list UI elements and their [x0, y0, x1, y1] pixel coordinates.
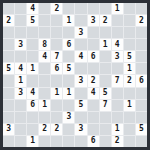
cell-r4c11[interactable] — [124, 39, 135, 50]
cell-r8c10[interactable] — [112, 88, 123, 99]
cell-r4c3[interactable] — [27, 39, 38, 50]
cell-r4c7[interactable] — [75, 39, 86, 50]
cell-r3c11[interactable] — [124, 27, 135, 38]
cell-r1c6[interactable] — [63, 3, 74, 14]
cell-r10c2[interactable] — [15, 112, 26, 123]
clue-cell-r12c8: 6 — [88, 136, 99, 147]
cell-r1c12[interactable] — [136, 3, 147, 14]
cell-r6c7[interactable] — [75, 63, 86, 74]
clue-cell-r8c5: 1 — [51, 88, 62, 99]
clue-cell-r11c12: 5 — [136, 124, 147, 135]
cell-r3c2[interactable] — [15, 27, 26, 38]
cell-r12c2[interactable] — [15, 136, 26, 147]
cell-r12c7[interactable] — [75, 136, 86, 147]
clue-cell-r6c11: 1 — [124, 63, 135, 74]
clue-cell-r4c6: 6 — [63, 39, 74, 50]
cell-r2c4[interactable] — [39, 15, 50, 26]
clue-cell-r1c3: 4 — [27, 3, 38, 14]
clue-cell-r5c11: 5 — [124, 51, 135, 62]
clue-cell-r4c9: 1 — [100, 39, 111, 50]
clue-cell-r7c11: 2 — [124, 75, 135, 86]
clue-cell-r4c10: 4 — [112, 39, 123, 50]
clue-cell-r2c8: 3 — [88, 15, 99, 26]
clue-cell-r8c2: 3 — [15, 88, 26, 99]
cell-r12c4[interactable] — [39, 136, 50, 147]
cell-r10c9[interactable] — [100, 112, 111, 123]
clue-cell-r1c10: 1 — [112, 3, 123, 14]
cell-r5c3[interactable] — [27, 51, 38, 62]
cell-r9c5[interactable] — [51, 100, 62, 111]
clue-cell-r9c3: 6 — [27, 100, 38, 111]
clue-cell-r6c5: 6 — [51, 63, 62, 74]
clue-cell-r9c11: 1 — [124, 100, 135, 111]
cell-r8c1[interactable] — [3, 88, 14, 99]
cell-r10c1[interactable] — [3, 112, 14, 123]
cell-r5c2[interactable] — [15, 51, 26, 62]
cell-r11c11[interactable] — [124, 124, 135, 135]
cell-r5c1[interactable] — [3, 51, 14, 62]
cell-r10c7[interactable] — [75, 112, 86, 123]
clue-cell-r8c3: 4 — [27, 88, 38, 99]
clue-cell-r2c9: 2 — [100, 15, 111, 26]
clue-cell-r9c4: 1 — [39, 100, 50, 111]
cell-r7c6[interactable] — [63, 75, 74, 86]
cell-r9c6[interactable] — [63, 100, 74, 111]
cell-r12c12[interactable] — [136, 136, 147, 147]
clue-cell-r8c6: 1 — [63, 88, 74, 99]
cell-r10c3[interactable] — [27, 112, 38, 123]
clue-cell-r9c7: 5 — [75, 100, 86, 111]
clue-cell-r8c9: 5 — [100, 88, 111, 99]
cell-r1c9[interactable] — [100, 3, 111, 14]
cell-r3c6[interactable] — [63, 27, 74, 38]
cell-r11c3[interactable] — [27, 124, 38, 135]
cell-r9c12[interactable] — [136, 100, 147, 111]
cell-r12c9[interactable] — [100, 136, 111, 147]
cell-r4c12[interactable] — [136, 39, 147, 50]
cell-r8c12[interactable] — [136, 88, 147, 99]
cell-r2c5[interactable] — [51, 15, 62, 26]
clue-cell-r11c10: 1 — [112, 124, 123, 135]
clue-cell-r12c10: 2 — [112, 136, 123, 147]
cell-r7c1[interactable] — [3, 75, 14, 86]
cell-r10c4[interactable] — [39, 112, 50, 123]
cell-r3c4[interactable] — [39, 27, 50, 38]
cell-r2c7[interactable] — [75, 15, 86, 26]
clue-cell-r6c2: 4 — [15, 63, 26, 74]
cell-r9c2[interactable] — [15, 100, 26, 111]
clue-cell-r10c6: 3 — [63, 112, 74, 123]
cell-r6c12[interactable] — [136, 63, 147, 74]
cell-r1c8[interactable] — [88, 3, 99, 14]
cell-r11c8[interactable] — [88, 124, 99, 135]
cell-r7c5[interactable] — [51, 75, 62, 86]
clue-cell-r8c8: 4 — [88, 88, 99, 99]
cell-r11c9[interactable] — [100, 124, 111, 135]
clue-cell-r7c12: 6 — [136, 75, 147, 86]
clue-cell-r7c2: 1 — [15, 75, 26, 86]
clue-cell-r11c4: 2 — [39, 124, 50, 135]
cell-r12c6[interactable] — [63, 136, 74, 147]
cell-r8c11[interactable] — [124, 88, 135, 99]
cell-r1c7[interactable] — [75, 3, 86, 14]
cell-r3c9[interactable] — [100, 27, 111, 38]
clue-cell-r5c7: 4 — [75, 51, 86, 62]
cell-r6c8[interactable] — [88, 63, 99, 74]
cell-r7c4[interactable] — [39, 75, 50, 86]
clue-cell-r9c9: 7 — [100, 100, 111, 111]
cell-r10c10[interactable] — [112, 112, 123, 123]
cell-r2c10[interactable] — [112, 15, 123, 26]
cell-r5c6[interactable] — [63, 51, 74, 62]
cell-r5c9[interactable] — [100, 51, 111, 62]
clue-cell-r6c6: 5 — [63, 63, 74, 74]
clue-cell-r4c2: 3 — [15, 39, 26, 50]
cell-r10c12[interactable] — [136, 112, 147, 123]
clue-cell-r3c7: 3 — [75, 27, 86, 38]
cell-r12c11[interactable] — [124, 136, 135, 147]
cell-r2c2[interactable] — [15, 15, 26, 26]
cell-r12c5[interactable] — [51, 136, 62, 147]
clue-cell-r2c6: 1 — [63, 15, 74, 26]
cell-r6c10[interactable] — [112, 63, 123, 74]
clue-cell-r5c8: 6 — [88, 51, 99, 62]
cell-r7c3[interactable] — [27, 75, 38, 86]
cell-r8c4[interactable] — [39, 88, 50, 99]
clue-cell-r11c5: 2 — [51, 124, 62, 135]
cell-r11c6[interactable] — [63, 124, 74, 135]
clue-cell-r2c12: 2 — [136, 15, 147, 26]
cell-r3c3[interactable] — [27, 27, 38, 38]
clue-cell-r11c7: 3 — [75, 124, 86, 135]
cell-r9c10[interactable] — [112, 100, 123, 111]
cell-r1c11[interactable] — [124, 3, 135, 14]
cell-r3c10[interactable] — [112, 27, 123, 38]
clue-cell-r7c7: 3 — [75, 75, 86, 86]
cell-r1c1[interactable] — [3, 3, 14, 14]
clue-cell-r7c8: 2 — [88, 75, 99, 86]
cell-r4c5[interactable] — [51, 39, 62, 50]
cell-r7c9[interactable] — [100, 75, 111, 86]
clue-cell-r2c3: 5 — [27, 15, 38, 26]
clue-cell-r5c4: 4 — [39, 51, 50, 62]
cell-r1c2[interactable] — [15, 3, 26, 14]
cell-r9c1[interactable] — [3, 100, 14, 111]
cell-r3c12[interactable] — [136, 27, 147, 38]
cell-r12c1[interactable] — [3, 136, 14, 147]
clue-cell-r7c10: 7 — [112, 75, 123, 86]
cell-r10c8[interactable] — [88, 112, 99, 123]
clue-cell-r11c1: 3 — [3, 124, 14, 135]
clue-cell-r5c5: 7 — [51, 51, 62, 62]
cell-r6c4[interactable] — [39, 63, 50, 74]
cell-r10c11[interactable] — [124, 112, 135, 123]
minesweeper-board: 4212513223386144746355416511327263411456… — [0, 0, 150, 150]
cell-r2c11[interactable] — [124, 15, 135, 26]
cell-r1c4[interactable] — [39, 3, 50, 14]
clue-cell-r6c1: 5 — [3, 63, 14, 74]
cell-r11c2[interactable] — [15, 124, 26, 135]
cell-r6c9[interactable] — [100, 63, 111, 74]
cell-r10c5[interactable] — [51, 112, 62, 123]
clue-cell-r6c3: 1 — [27, 63, 38, 74]
cell-r9c8[interactable] — [88, 100, 99, 111]
clue-cell-r4c4: 8 — [39, 39, 50, 50]
cell-r4c1[interactable] — [3, 39, 14, 50]
cell-r5c12[interactable] — [136, 51, 147, 62]
clue-cell-r12c3: 1 — [27, 136, 38, 147]
cell-r3c8[interactable] — [88, 27, 99, 38]
clue-cell-r1c5: 2 — [51, 3, 62, 14]
clue-cell-r2c1: 2 — [3, 15, 14, 26]
cell-r8c7[interactable] — [75, 88, 86, 99]
cell-r3c1[interactable] — [3, 27, 14, 38]
cell-r4c8[interactable] — [88, 39, 99, 50]
cell-r3c5[interactable] — [51, 27, 62, 38]
clue-cell-r5c10: 3 — [112, 51, 123, 62]
